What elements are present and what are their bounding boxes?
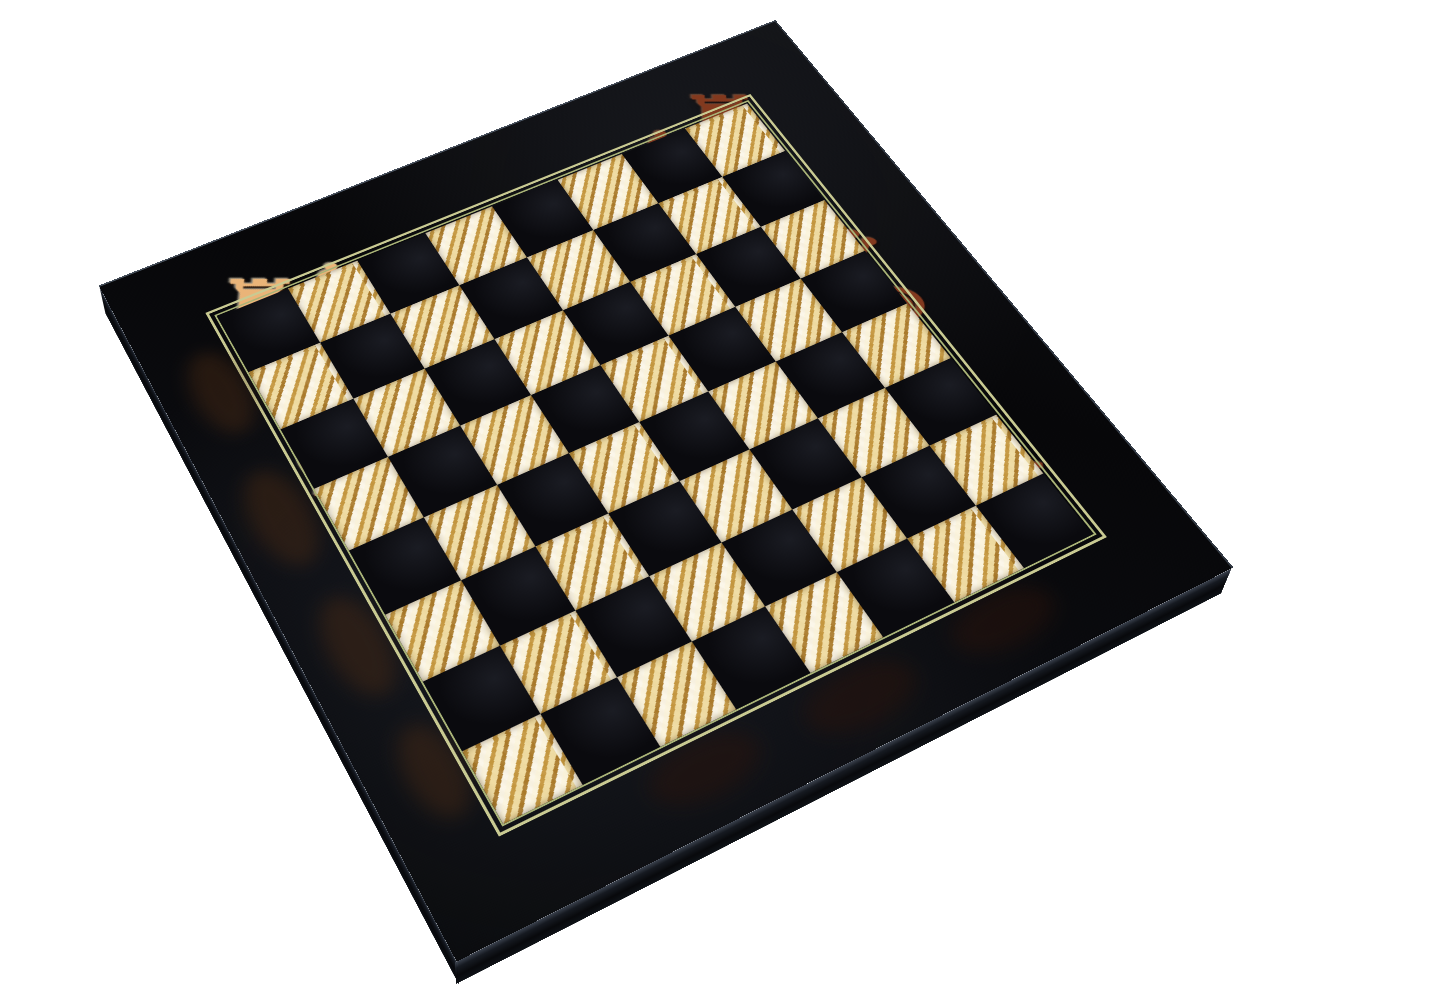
chess-board: ♜♞♝♛♚♝♞♜♟♟♟♟♟♟♟♟♟♟♟♟♟♟♟♟♜♞♝♚♛♝♞♜	[99, 20, 1234, 961]
scene: ♜♞♝♛♚♝♞♜♟♟♟♟♟♟♟♟♟♟♟♟♟♟♟♟♜♞♝♚♛♝♞♜	[0, 0, 1445, 997]
